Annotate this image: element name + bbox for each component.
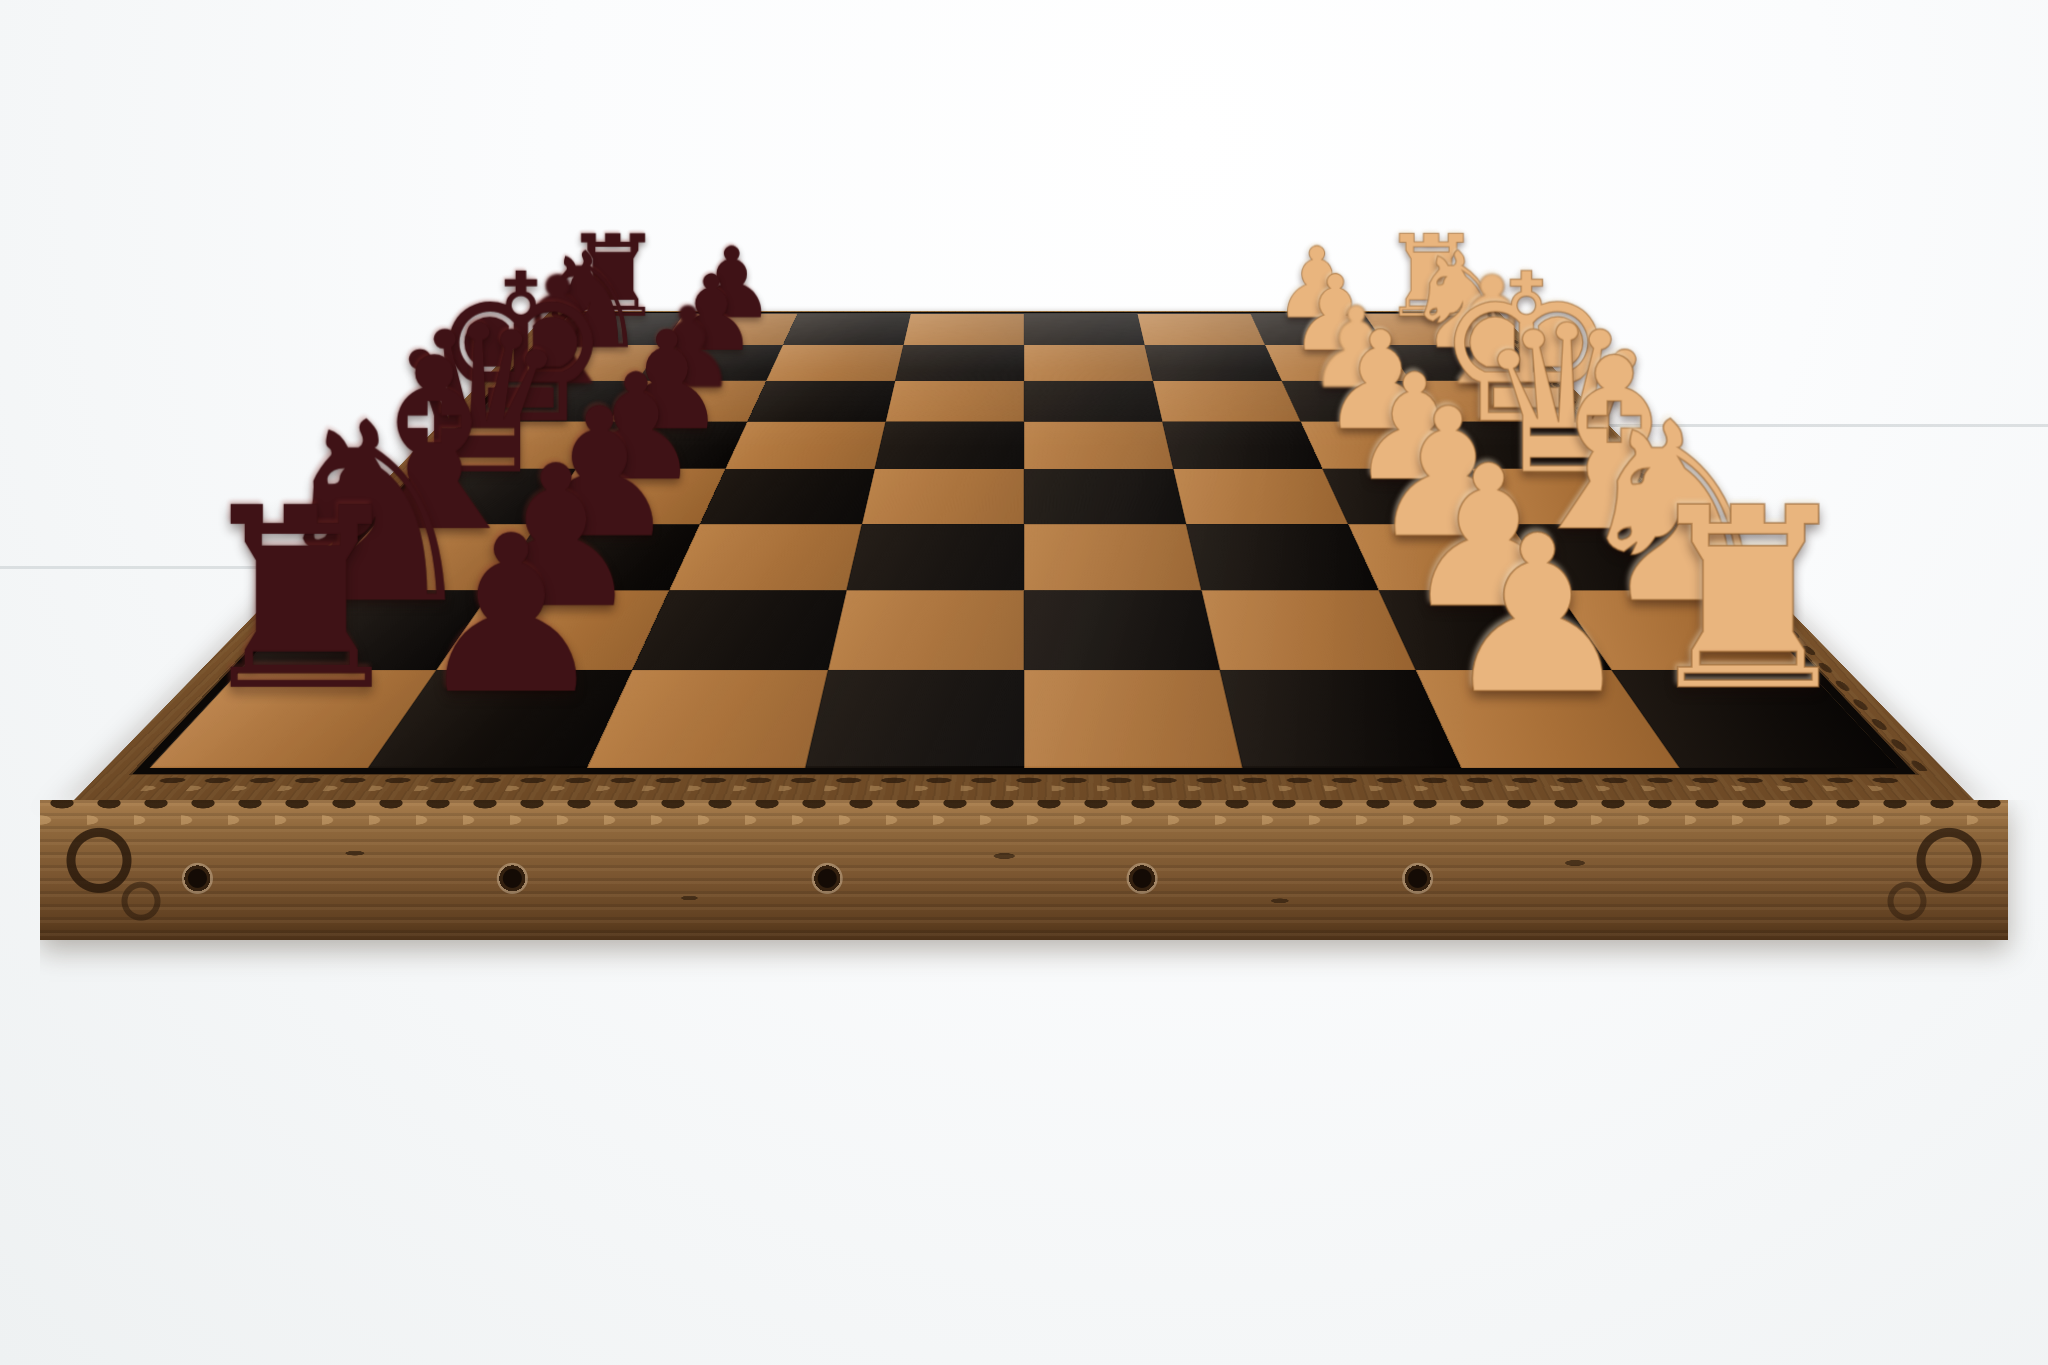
square-h6[interactable] [783,314,911,345]
square-g3[interactable] [1145,345,1282,381]
square-e4[interactable] [1024,421,1173,468]
square-d4[interactable] [1024,469,1186,524]
rail-scroll-carving-right [1856,810,2006,930]
square-f4[interactable] [1024,381,1162,422]
square-d3[interactable] [1173,469,1348,524]
carved-border-front [138,775,1911,794]
square-a1[interactable]: ♜ [1612,670,1899,768]
square-f5[interactable] [886,381,1024,422]
square-c3[interactable] [1186,524,1379,590]
rail-scratch-marks [40,800,2008,940]
square-b6[interactable] [632,590,846,670]
square-b5[interactable] [828,590,1024,670]
square-a5[interactable] [805,670,1024,768]
piece-white-pawn[interactable]: ♟ [1440,516,1635,716]
square-h3[interactable] [1137,314,1265,345]
square-c6[interactable] [669,524,862,590]
photo-scene: Hand-carved wooden chess set on a carved… [0,0,2048,1365]
square-g6[interactable] [766,345,903,381]
front-rail [40,800,2008,940]
chess-box-board: ♜♟♟♜♞♟♟♞♝♟♟♝♚♟♟♚♛♟♟♛♝♟♟♝♞♟♟♞♜♟♟♜ [74,311,1974,800]
square-g4[interactable] [1024,345,1153,381]
rail-scroll-carving-left [42,810,192,930]
square-a4[interactable] [1024,670,1243,768]
square-c5[interactable] [847,524,1024,590]
piece-black-rook[interactable]: ♜ [189,486,414,716]
piece-black-pawn[interactable]: ♟ [414,516,609,716]
square-e5[interactable] [875,421,1024,468]
square-d6[interactable] [700,469,875,524]
board-stage: ♜♟♟♜♞♟♟♞♝♟♟♝♚♟♟♚♛♟♟♛♝♟♟♝♞♟♟♞♜♟♟♜ [0,0,2048,1365]
square-e3[interactable] [1162,421,1322,468]
square-g5[interactable] [895,345,1024,381]
squares-grid: ♜♟♟♜♞♟♟♞♝♟♟♝♚♟♟♚♛♟♟♛♝♟♟♝♞♟♟♞♜♟♟♜ [150,314,1899,768]
piece-white-rook[interactable]: ♜ [1636,486,1861,716]
square-e6[interactable] [725,421,885,468]
square-d5[interactable] [862,469,1024,524]
square-f6[interactable] [747,381,895,422]
square-f3[interactable] [1153,381,1301,422]
square-h4[interactable] [1024,314,1145,345]
square-a8[interactable]: ♜ [150,670,437,768]
square-c4[interactable] [1024,524,1201,590]
square-b4[interactable] [1024,590,1220,670]
square-h5[interactable] [903,314,1024,345]
